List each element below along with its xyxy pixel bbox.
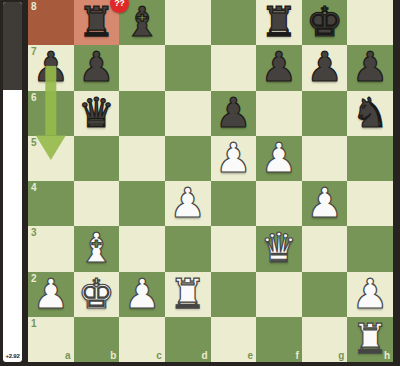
file-label-f: f	[295, 351, 298, 361]
square-b4[interactable]	[74, 181, 120, 226]
square-c7[interactable]	[119, 45, 165, 90]
square-d2[interactable]: ♜	[165, 272, 211, 317]
square-d6[interactable]	[165, 91, 211, 136]
square-a3[interactable]: 3	[28, 226, 74, 271]
square-a7[interactable]: 7♟	[28, 45, 74, 90]
rank-label-8: 8	[31, 2, 37, 12]
square-d5[interactable]	[165, 136, 211, 181]
piece-white-bishop[interactable]: ♝	[74, 226, 120, 271]
chess-analysis-screen: { "game": "chess", "position": { "fen": …	[0, 0, 400, 366]
square-h7[interactable]: ♟	[347, 45, 393, 90]
square-h8[interactable]	[347, 0, 393, 45]
square-a5[interactable]: 5	[28, 136, 74, 181]
square-f7[interactable]: ♟	[256, 45, 302, 90]
piece-white-pawn[interactable]: ♟	[211, 136, 257, 181]
file-label-b: b	[110, 351, 116, 361]
square-g8[interactable]: ♚	[302, 0, 348, 45]
square-e3[interactable]	[211, 226, 257, 271]
piece-white-pawn[interactable]: ♟	[165, 181, 211, 226]
square-b1[interactable]: b	[74, 317, 120, 362]
square-b7[interactable]: ♟	[74, 45, 120, 90]
square-a1[interactable]: 1a	[28, 317, 74, 362]
square-b6[interactable]: ♛	[74, 91, 120, 136]
square-e4[interactable]	[211, 181, 257, 226]
square-f3[interactable]: ♛	[256, 226, 302, 271]
square-c6[interactable]	[119, 91, 165, 136]
square-h4[interactable]	[347, 181, 393, 226]
square-c5[interactable]	[119, 136, 165, 181]
piece-white-rook[interactable]: ♜	[165, 272, 211, 317]
square-f1[interactable]: f	[256, 317, 302, 362]
square-h2[interactable]: ♟	[347, 272, 393, 317]
piece-black-pawn[interactable]: ♟	[302, 45, 348, 90]
piece-black-pawn[interactable]: ♟	[28, 45, 74, 90]
piece-black-queen[interactable]: ♛	[74, 91, 120, 136]
piece-black-pawn[interactable]: ♟	[347, 45, 393, 90]
rank-label-5: 5	[31, 138, 37, 148]
square-f5[interactable]: ♟	[256, 136, 302, 181]
square-c4[interactable]	[119, 181, 165, 226]
square-h3[interactable]	[347, 226, 393, 271]
rank-label-4: 4	[31, 183, 37, 193]
square-e7[interactable]	[211, 45, 257, 90]
square-h6[interactable]: ♞	[347, 91, 393, 136]
blunder-badge-text: ??	[114, 0, 124, 8]
rank-label-3: 3	[31, 228, 37, 238]
square-c3[interactable]	[119, 226, 165, 271]
square-g4[interactable]: ♟	[302, 181, 348, 226]
square-g2[interactable]	[302, 272, 348, 317]
file-label-d: d	[201, 351, 207, 361]
file-label-a: a	[65, 351, 71, 361]
square-f4[interactable]	[256, 181, 302, 226]
piece-white-pawn[interactable]: ♟	[28, 272, 74, 317]
piece-white-pawn[interactable]: ♟	[302, 181, 348, 226]
eval-bar: +2.92	[3, 2, 22, 362]
square-e8[interactable]	[211, 0, 257, 45]
eval-score: +2.92	[3, 353, 22, 359]
square-e2[interactable]	[211, 272, 257, 317]
piece-white-rook[interactable]: ♜	[347, 317, 393, 362]
square-e5[interactable]: ♟	[211, 136, 257, 181]
piece-white-pawn[interactable]: ♟	[256, 136, 302, 181]
square-f8[interactable]: ♜	[256, 0, 302, 45]
square-b5[interactable]	[74, 136, 120, 181]
piece-white-king[interactable]: ♚	[74, 272, 120, 317]
file-label-e: e	[248, 351, 254, 361]
piece-white-queen[interactable]: ♛	[256, 226, 302, 271]
square-g5[interactable]	[302, 136, 348, 181]
piece-black-knight[interactable]: ♞	[347, 91, 393, 136]
eval-bar-black-portion	[3, 2, 22, 90]
square-d4[interactable]: ♟	[165, 181, 211, 226]
square-c2[interactable]: ♟	[119, 272, 165, 317]
square-d3[interactable]	[165, 226, 211, 271]
rank-label-1: 1	[31, 319, 37, 329]
square-g7[interactable]: ♟	[302, 45, 348, 90]
piece-black-pawn[interactable]: ♟	[211, 91, 257, 136]
square-d1[interactable]: d	[165, 317, 211, 362]
square-g3[interactable]	[302, 226, 348, 271]
square-f2[interactable]	[256, 272, 302, 317]
square-c1[interactable]: c	[119, 317, 165, 362]
square-h1[interactable]: h♜	[347, 317, 393, 362]
chess-board[interactable]: 8♜♝♜♚7♟♟♟♟♟6♛♟♞5♟♟4♟♟3♝♛2♟♚♟♜♟1abcdefgh♜…	[28, 0, 393, 362]
square-g1[interactable]: g	[302, 317, 348, 362]
square-a2[interactable]: 2♟	[28, 272, 74, 317]
square-a4[interactable]: 4	[28, 181, 74, 226]
square-b3[interactable]: ♝	[74, 226, 120, 271]
square-b2[interactable]: ♚	[74, 272, 120, 317]
piece-black-rook[interactable]: ♜	[256, 0, 302, 45]
square-e6[interactable]: ♟	[211, 91, 257, 136]
piece-white-pawn[interactable]: ♟	[119, 272, 165, 317]
square-h5[interactable]	[347, 136, 393, 181]
piece-white-pawn[interactable]: ♟	[347, 272, 393, 317]
piece-black-pawn[interactable]: ♟	[256, 45, 302, 90]
file-label-c: c	[156, 351, 162, 361]
square-d8[interactable]	[165, 0, 211, 45]
file-label-g: g	[338, 351, 344, 361]
square-e1[interactable]: e	[211, 317, 257, 362]
rank-label-6: 6	[31, 93, 37, 103]
square-f6[interactable]	[256, 91, 302, 136]
piece-black-king[interactable]: ♚	[302, 0, 348, 45]
square-a6[interactable]: 6	[28, 91, 74, 136]
square-g6[interactable]	[302, 91, 348, 136]
square-a8[interactable]: 8	[28, 0, 74, 45]
square-d7[interactable]	[165, 45, 211, 90]
piece-black-pawn[interactable]: ♟	[74, 45, 120, 90]
